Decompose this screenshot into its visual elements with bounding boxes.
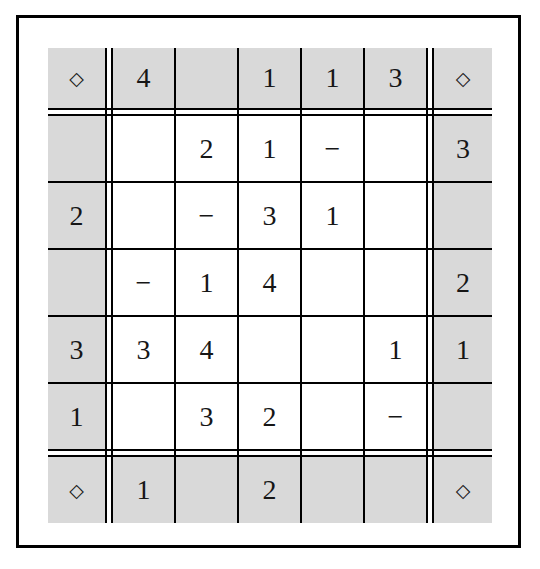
grid-cell[interactable]: − <box>176 183 237 248</box>
clue-cell: 3 <box>434 116 492 181</box>
corner-marker: ◇ <box>434 457 492 523</box>
grid-cell[interactable] <box>239 317 300 382</box>
grid-divider <box>176 110 237 114</box>
grid-cell[interactable] <box>302 384 363 449</box>
grid-divider <box>428 116 432 181</box>
grid-divider <box>434 110 492 114</box>
grid-cell[interactable]: 1 <box>176 250 237 315</box>
grid-cell[interactable] <box>113 116 174 181</box>
grid-divider <box>107 384 111 449</box>
clue-cell: 4 <box>113 48 174 108</box>
grid-cell[interactable]: 2 <box>239 384 300 449</box>
clue-cell: 2 <box>239 457 300 523</box>
clue-cell: 1 <box>302 48 363 108</box>
grid-cell[interactable] <box>302 317 363 382</box>
puzzle-page: ◇4113◇21−32−31−14233411132−◇12◇ <box>0 0 540 569</box>
grid-divider <box>428 250 432 315</box>
grid-cell[interactable]: 4 <box>239 250 300 315</box>
grid-divider <box>48 110 105 114</box>
grid-cell[interactable]: 3 <box>239 183 300 248</box>
grid-divider <box>107 116 111 181</box>
clue-cell: 1 <box>113 457 174 523</box>
grid-cell[interactable]: 1 <box>365 317 426 382</box>
grid-cell[interactable] <box>365 250 426 315</box>
grid-divider <box>365 110 426 114</box>
grid-divider <box>428 451 432 455</box>
board: ◇4113◇21−32−31−14233411132−◇12◇ <box>48 48 492 523</box>
corner-marker: ◇ <box>48 48 105 108</box>
corner-marker: ◇ <box>434 48 492 108</box>
grid-cell[interactable] <box>302 250 363 315</box>
grid-divider <box>48 451 105 455</box>
grid-cell[interactable] <box>113 384 174 449</box>
clue-cell <box>434 384 492 449</box>
clue-cell <box>48 250 105 315</box>
grid-divider <box>302 451 363 455</box>
grid-divider <box>107 48 111 108</box>
grid-divider <box>365 451 426 455</box>
clue-cell <box>302 457 363 523</box>
grid-divider <box>113 110 174 114</box>
grid-divider <box>176 451 237 455</box>
clue-cell <box>48 116 105 181</box>
grid-divider <box>107 250 111 315</box>
clue-cell <box>434 183 492 248</box>
grid-cell[interactable]: 4 <box>176 317 237 382</box>
clue-cell <box>365 457 426 523</box>
clue-cell <box>176 48 237 108</box>
grid-divider <box>428 384 432 449</box>
grid-divider <box>107 183 111 248</box>
clue-cell: 1 <box>48 384 105 449</box>
grid-divider <box>107 317 111 382</box>
grid-divider <box>239 451 300 455</box>
grid-divider <box>113 451 174 455</box>
clue-cell: 3 <box>365 48 426 108</box>
grid-cell[interactable] <box>113 183 174 248</box>
clue-cell: 1 <box>239 48 300 108</box>
clue-cell: 1 <box>434 317 492 382</box>
clue-cell: 2 <box>48 183 105 248</box>
grid-divider <box>428 457 432 523</box>
grid-cell[interactable]: 3 <box>176 384 237 449</box>
grid-divider <box>107 110 111 114</box>
clue-cell: 3 <box>48 317 105 382</box>
grid-cell[interactable]: 3 <box>113 317 174 382</box>
grid-divider <box>107 457 111 523</box>
corner-marker: ◇ <box>48 457 105 523</box>
grid-divider <box>428 48 432 108</box>
grid-cell[interactable] <box>365 183 426 248</box>
grid-divider <box>302 110 363 114</box>
grid-cell[interactable]: − <box>365 384 426 449</box>
grid-divider <box>428 317 432 382</box>
grid-cell[interactable]: 1 <box>239 116 300 181</box>
grid-cell[interactable]: 2 <box>176 116 237 181</box>
clue-cell: 2 <box>434 250 492 315</box>
grid-cell[interactable]: − <box>302 116 363 181</box>
grid-divider <box>239 110 300 114</box>
grid-divider <box>107 451 111 455</box>
grid-divider <box>428 110 432 114</box>
grid-cell[interactable] <box>365 116 426 181</box>
grid-divider <box>434 451 492 455</box>
grid-divider <box>428 183 432 248</box>
grid-cell[interactable]: − <box>113 250 174 315</box>
grid-cell[interactable]: 1 <box>302 183 363 248</box>
clue-cell <box>176 457 237 523</box>
